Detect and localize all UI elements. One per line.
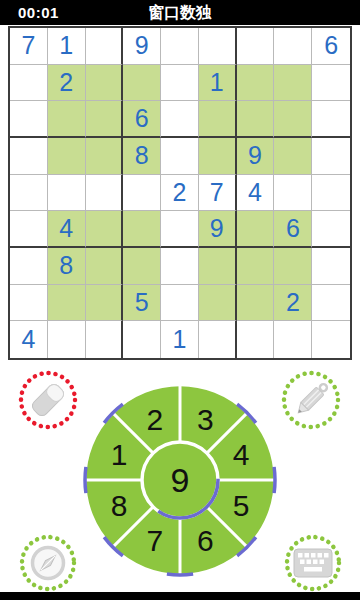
- cell-r7c6[interactable]: [199, 248, 237, 285]
- compass-button[interactable]: [16, 531, 80, 595]
- cell-r6c6[interactable]: 9: [199, 211, 237, 248]
- eraser-button[interactable]: [16, 368, 80, 432]
- cell-r2c4[interactable]: [123, 65, 161, 102]
- cell-r6c1[interactable]: [10, 211, 48, 248]
- cell-r9c5[interactable]: 1: [161, 321, 199, 358]
- cell-r4c9[interactable]: [312, 138, 350, 175]
- cell-r5c1[interactable]: [10, 175, 48, 212]
- keyboard-button[interactable]: [281, 531, 345, 595]
- cell-r6c5[interactable]: [161, 211, 199, 248]
- cell-r5c2[interactable]: [48, 175, 86, 212]
- wheel-digit-4[interactable]: 4: [233, 438, 250, 471]
- cell-r7c2[interactable]: 8: [48, 248, 86, 285]
- cell-r1c1[interactable]: 7: [10, 28, 48, 65]
- cell-r9c2[interactable]: [48, 321, 86, 358]
- cell-r9c9[interactable]: [312, 321, 350, 358]
- wheel-digit-6[interactable]: 6: [197, 524, 214, 557]
- cell-r2c6[interactable]: 1: [199, 65, 237, 102]
- cell-r4c4[interactable]: 8: [123, 138, 161, 175]
- cell-r6c7[interactable]: [237, 211, 275, 248]
- cell-r5c4[interactable]: [123, 175, 161, 212]
- cell-r4c5[interactable]: [161, 138, 199, 175]
- cell-r1c9[interactable]: 6: [312, 28, 350, 65]
- cell-r3c7[interactable]: [237, 101, 275, 138]
- pencil-icon: [294, 381, 329, 416]
- cell-r6c2[interactable]: 4: [48, 211, 86, 248]
- cell-r7c7[interactable]: [237, 248, 275, 285]
- cell-r9c8[interactable]: [274, 321, 312, 358]
- cell-r8c5[interactable]: [161, 285, 199, 322]
- cell-r1c4[interactable]: 9: [123, 28, 161, 65]
- eraser-icon: [30, 382, 66, 418]
- cell-r3c4[interactable]: 6: [123, 101, 161, 138]
- cell-r7c4[interactable]: [123, 248, 161, 285]
- pencil-button[interactable]: [279, 368, 343, 432]
- cell-r3c2[interactable]: [48, 101, 86, 138]
- cell-r2c5[interactable]: [161, 65, 199, 102]
- wheel-digit-9[interactable]: 9: [171, 461, 190, 499]
- cell-r9c1[interactable]: 4: [10, 321, 48, 358]
- cell-r4c8[interactable]: [274, 138, 312, 175]
- cell-r5c9[interactable]: [312, 175, 350, 212]
- cell-r2c9[interactable]: [312, 65, 350, 102]
- cell-r4c1[interactable]: [10, 138, 48, 175]
- cell-r2c1[interactable]: [10, 65, 48, 102]
- cell-r3c6[interactable]: [199, 101, 237, 138]
- page-title: 窗口数独: [0, 0, 360, 25]
- cell-r4c7[interactable]: 9: [237, 138, 275, 175]
- cell-r2c7[interactable]: [237, 65, 275, 102]
- cell-r7c3[interactable]: [86, 248, 124, 285]
- cell-r6c8[interactable]: 6: [274, 211, 312, 248]
- cell-r8c7[interactable]: [237, 285, 275, 322]
- cell-r9c6[interactable]: [199, 321, 237, 358]
- wheel-digit-3[interactable]: 3: [197, 403, 214, 436]
- cell-r4c3[interactable]: [86, 138, 124, 175]
- cell-r8c8[interactable]: 2: [274, 285, 312, 322]
- cell-r1c7[interactable]: [237, 28, 275, 65]
- cell-r2c3[interactable]: [86, 65, 124, 102]
- cell-r8c9[interactable]: [312, 285, 350, 322]
- keyboard-icon: [294, 549, 332, 577]
- wheel-digit-2[interactable]: 2: [146, 403, 163, 436]
- cell-r3c9[interactable]: [312, 101, 350, 138]
- top-bar: 00:01 窗口数独: [0, 0, 360, 25]
- wheel-digit-5[interactable]: 5: [233, 489, 250, 522]
- cell-r9c4[interactable]: [123, 321, 161, 358]
- cell-r8c6[interactable]: [199, 285, 237, 322]
- cell-r5c5[interactable]: 2: [161, 175, 199, 212]
- sudoku-board: 71962168927449685241: [8, 26, 352, 360]
- cell-r9c3[interactable]: [86, 321, 124, 358]
- cell-r3c3[interactable]: [86, 101, 124, 138]
- cell-r1c8[interactable]: [274, 28, 312, 65]
- compass-icon: [33, 548, 64, 579]
- cell-r8c1[interactable]: [10, 285, 48, 322]
- cell-r5c6[interactable]: 7: [199, 175, 237, 212]
- number-wheel[interactable]: 12345678 9: [82, 382, 278, 578]
- cell-r3c8[interactable]: [274, 101, 312, 138]
- cell-r8c3[interactable]: [86, 285, 124, 322]
- cell-r6c3[interactable]: [86, 211, 124, 248]
- cell-r3c5[interactable]: [161, 101, 199, 138]
- cell-r3c1[interactable]: [10, 101, 48, 138]
- cell-r2c2[interactable]: 2: [48, 65, 86, 102]
- cell-r7c9[interactable]: [312, 248, 350, 285]
- cell-r1c2[interactable]: 1: [48, 28, 86, 65]
- cell-r6c9[interactable]: [312, 211, 350, 248]
- cell-r5c8[interactable]: [274, 175, 312, 212]
- cell-r7c5[interactable]: [161, 248, 199, 285]
- cell-r1c6[interactable]: [199, 28, 237, 65]
- cell-r6c4[interactable]: [123, 211, 161, 248]
- cell-r4c2[interactable]: [48, 138, 86, 175]
- bottom-nav-bar: [0, 592, 360, 600]
- sudoku-app-screen: 00:01 窗口数独 71962168927449685241 12345678…: [0, 0, 360, 600]
- cell-r5c3[interactable]: [86, 175, 124, 212]
- wheel-digit-1[interactable]: 1: [111, 438, 128, 471]
- cell-r7c1[interactable]: [10, 248, 48, 285]
- cell-r8c2[interactable]: [48, 285, 86, 322]
- cell-r4c6[interactable]: [199, 138, 237, 175]
- cell-r8c4[interactable]: 5: [123, 285, 161, 322]
- cell-r9c7[interactable]: [237, 321, 275, 358]
- cell-r5c7[interactable]: 4: [237, 175, 275, 212]
- cell-r7c8[interactable]: [274, 248, 312, 285]
- cell-r1c3[interactable]: [86, 28, 124, 65]
- cell-r1c5[interactable]: [161, 28, 199, 65]
- cell-r2c8[interactable]: [274, 65, 312, 102]
- wheel-digit-7[interactable]: 7: [146, 524, 163, 557]
- wheel-digit-8[interactable]: 8: [111, 489, 128, 522]
